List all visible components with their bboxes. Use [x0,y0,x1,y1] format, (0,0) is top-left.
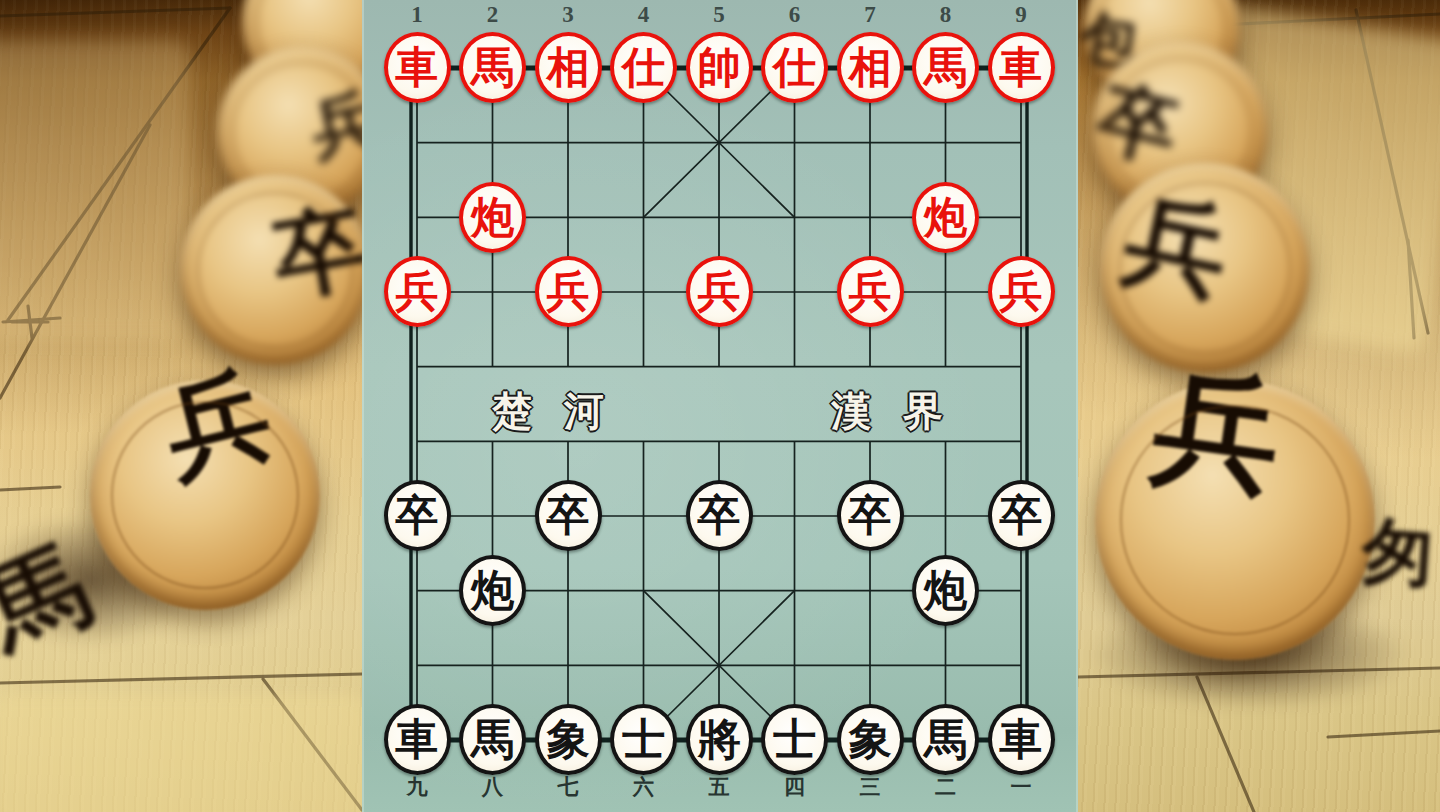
piece-black-horse[interactable]: 馬 [459,704,526,775]
piece-red-soldier[interactable]: 兵 [837,256,904,327]
board-intersection: 仕 [606,31,682,106]
board-intersection: 兵 [681,255,757,330]
board-intersection: 卒 [681,479,757,554]
file-number-label: 4 [638,2,650,28]
board-intersection: 士 [757,703,833,778]
pale-wood-patch [0,695,370,812]
piece-red-soldier[interactable]: 兵 [384,256,451,327]
board-intersection: 炮 [455,553,531,628]
board-intersection: 馬 [908,31,984,106]
rank-numeral-label: 三 [860,774,881,800]
board-intersection: 車 [983,31,1059,106]
piece-black-soldier[interactable]: 卒 [384,480,451,551]
board-intersection: 帥 [681,31,757,106]
board-intersection: 卒 [379,479,455,554]
rank-numeral-labels: 九八七六五四三二一 [362,774,1078,800]
piece-red-cannon[interactable]: 炮 [459,182,526,253]
file-number-label: 1 [411,2,423,28]
board-intersection: 炮 [455,180,531,255]
board-intersection: 炮 [908,180,984,255]
background-piece-calligraphy: 兵 [1117,186,1238,307]
board-intersection: 馬 [908,703,984,778]
piece-black-general[interactable]: 將 [686,704,753,775]
board-intersection: 卒 [983,479,1059,554]
piece-red-elephant[interactable]: 相 [837,32,904,103]
rank-numeral-label: 一 [1011,774,1032,800]
piece-red-cannon[interactable]: 炮 [912,182,979,253]
file-number-label: 8 [940,2,952,28]
piece-black-horse[interactable]: 馬 [912,704,979,775]
file-number-labels: 123456789 [362,2,1078,28]
board-intersection: 兵 [530,255,606,330]
rank-numeral-label: 六 [633,774,654,800]
background-wood-piece: 兵 [90,380,320,610]
file-number-label: 6 [789,2,801,28]
board-intersection: 卒 [832,479,908,554]
board-intersection: 兵 [379,255,455,330]
board-intersection: 車 [379,31,455,106]
piece-black-soldier[interactable]: 卒 [837,480,904,551]
piece-red-soldier[interactable]: 兵 [535,256,602,327]
piece-black-advisor[interactable]: 士 [761,704,828,775]
piece-red-elephant[interactable]: 相 [535,32,602,103]
board-intersection: 象 [530,703,606,778]
board-intersection: 象 [832,703,908,778]
piece-red-horse[interactable]: 馬 [459,32,526,103]
piece-red-soldier[interactable]: 兵 [988,256,1055,327]
piece-black-elephant[interactable]: 象 [535,704,602,775]
file-number-label: 2 [487,2,499,28]
rank-numeral-label: 八 [482,774,503,800]
piece-red-horse[interactable]: 馬 [912,32,979,103]
pieces-grid: 車馬相仕帥仕相馬車炮炮兵兵兵兵兵卒卒卒卒卒炮炮車馬象士將士象馬車 [379,31,1059,778]
background-wood-piece: 兵 [1095,380,1375,660]
board-intersection: 兵 [832,255,908,330]
piece-black-soldier[interactable]: 卒 [988,480,1055,551]
pale-wood-patch [0,40,190,340]
piece-black-chariot[interactable]: 車 [988,704,1055,775]
board-intersection: 相 [530,31,606,106]
board-intersection: 兵 [983,255,1059,330]
board-intersection: 仕 [757,31,833,106]
rank-numeral-label: 五 [709,774,730,800]
board-intersection: 車 [379,703,455,778]
background-piece-calligraphy: 兵 [1146,361,1288,503]
rank-numeral-label: 二 [935,774,956,800]
file-number-label: 3 [562,2,574,28]
background-calligraphy: 匆 [1360,514,1437,591]
piece-red-advisor[interactable]: 仕 [761,32,828,103]
piece-black-elephant[interactable]: 象 [837,704,904,775]
xiangqi-board: 楚河 漢界 123456789 九八七六五四三二一 車馬相仕帥仕相馬車炮炮兵兵兵… [362,0,1078,812]
rank-numeral-label: 四 [784,774,805,800]
file-number-label: 9 [1015,2,1027,28]
piece-red-advisor[interactable]: 仕 [610,32,677,103]
file-number-label: 5 [713,2,725,28]
board-intersection: 車 [983,703,1059,778]
board-intersection: 士 [606,703,682,778]
board-intersection: 將 [681,703,757,778]
piece-black-cannon[interactable]: 炮 [912,555,979,626]
piece-red-soldier[interactable]: 兵 [686,256,753,327]
board-intersection: 馬 [455,31,531,106]
board-intersection: 馬 [455,703,531,778]
rank-numeral-label: 九 [407,774,428,800]
piece-black-chariot[interactable]: 車 [384,704,451,775]
rank-numeral-label: 七 [558,774,579,800]
background-wood-piece: 卒 [180,175,370,365]
piece-red-chariot[interactable]: 車 [384,32,451,103]
background-piece-calligraphy: 卒 [267,199,374,306]
piece-red-general[interactable]: 帥 [686,32,753,103]
board-intersection: 卒 [530,479,606,554]
piece-black-soldier[interactable]: 卒 [535,480,602,551]
piece-black-advisor[interactable]: 士 [610,704,677,775]
file-number-label: 7 [864,2,876,28]
background-piece-calligraphy: 卒 [1091,77,1186,172]
screenshot-root: 兵卒兵包卒兵兵馬匆 楚河 漢界 123456789 九八七六五四三二一 車馬相仕… [0,0,1440,812]
piece-black-soldier[interactable]: 卒 [686,480,753,551]
piece-red-chariot[interactable]: 車 [988,32,1055,103]
board-intersection: 炮 [908,553,984,628]
background-wood-piece: 兵 [1100,163,1310,373]
piece-black-cannon[interactable]: 炮 [459,555,526,626]
board-intersection: 相 [832,31,908,106]
